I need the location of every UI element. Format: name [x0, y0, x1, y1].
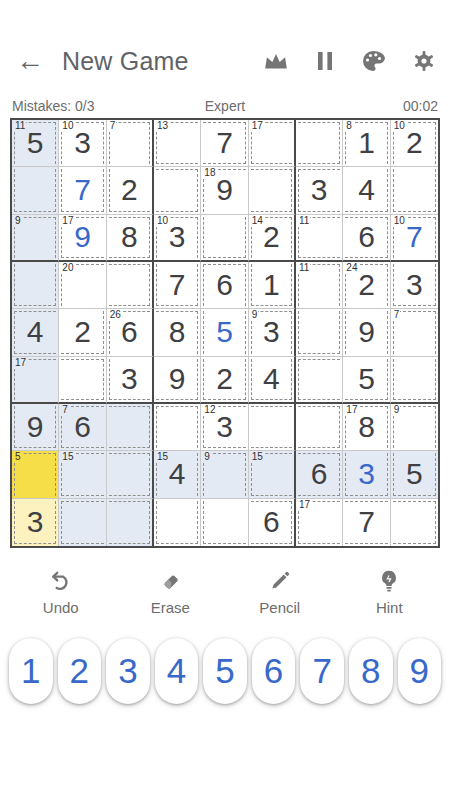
cell-r1c8[interactable]: 81	[343, 120, 390, 167]
cell-value: 6	[201, 262, 247, 308]
pencil-button[interactable]: Pencil	[225, 568, 335, 616]
cage-sum-label: 10	[393, 120, 406, 132]
cell-r6c2[interactable]	[59, 357, 106, 404]
cell-r2c6[interactable]	[249, 167, 296, 214]
cell-value: 5	[343, 357, 389, 402]
eraser-icon	[157, 568, 183, 594]
cell-r5c9[interactable]: 7	[391, 309, 438, 356]
cell-r9c9[interactable]	[391, 499, 438, 546]
cage-sum-label: 18	[203, 167, 216, 179]
cage-sum-label: 17	[14, 357, 27, 369]
cage-sum-label: 17	[345, 404, 358, 416]
cage-sum-label: 17	[298, 499, 311, 511]
cell-value: 2	[201, 357, 247, 402]
app-bar: ← New Game	[0, 0, 450, 84]
cell-r2c4[interactable]	[154, 167, 201, 214]
cell-r3c9[interactable]: 107	[391, 215, 438, 262]
timer: 00:02	[403, 98, 438, 114]
cage-sum-label: 7	[109, 120, 117, 132]
cell-r3c1[interactable]: 9	[12, 215, 59, 262]
cell-r8c6[interactable]: 15	[249, 451, 296, 498]
number-button-4[interactable]: 4	[155, 638, 199, 704]
cell-r3c4[interactable]: 103	[154, 215, 201, 262]
cell-r6c5[interactable]: 2	[201, 357, 248, 404]
cell-r2c3[interactable]: 2	[107, 167, 154, 214]
number-button-3[interactable]: 3	[106, 638, 150, 704]
cell-value: 7	[343, 499, 389, 546]
cell-r4c4[interactable]: 7	[154, 262, 201, 309]
cell-r5c6[interactable]: 93	[249, 309, 296, 356]
cell-value: 3	[12, 499, 58, 546]
cell-r6c3[interactable]: 3	[107, 357, 154, 404]
cell-value: 3	[107, 357, 152, 402]
toolbar: Undo Erase Pencil Hint	[0, 548, 450, 616]
cage-sum-label: 8	[345, 120, 353, 132]
cell-r3c8[interactable]: 6	[343, 215, 390, 262]
cell-r4c8[interactable]: 242	[343, 262, 390, 309]
cell-r9c3[interactable]	[107, 499, 154, 546]
cell-r7c5[interactable]: 123	[201, 404, 248, 451]
crown-icon[interactable]	[263, 50, 289, 72]
cell-r5c8[interactable]: 9	[343, 309, 390, 356]
cell-r1c3[interactable]: 7	[107, 120, 154, 167]
cell-value: 3	[343, 451, 389, 497]
cage-sum-label: 9	[251, 309, 259, 321]
cell-value: 2	[59, 309, 105, 355]
number-button-6[interactable]: 6	[252, 638, 296, 704]
cell-r3c7[interactable]: 11	[296, 215, 343, 262]
cell-r8c1[interactable]: 5	[12, 451, 59, 498]
cell-r2c1[interactable]	[12, 167, 59, 214]
cell-r4c1[interactable]	[12, 262, 59, 309]
cell-r2c5[interactable]: 189	[201, 167, 248, 214]
cell-value: 4	[12, 309, 58, 355]
cage-sum-label: 11	[298, 215, 310, 227]
cell-r5c3[interactable]: 266	[107, 309, 154, 356]
cage-sum-label: 12	[203, 404, 216, 416]
cell-r9c8[interactable]: 7	[343, 499, 390, 546]
cell-r8c4[interactable]: 154	[154, 451, 201, 498]
number-button-9[interactable]: 9	[398, 638, 442, 704]
mistakes-counter: Mistakes: 0/3	[12, 98, 94, 114]
cell-r5c4[interactable]: 8	[154, 309, 201, 356]
cell-r2c7[interactable]: 3	[296, 167, 343, 214]
lightbulb-icon	[376, 568, 402, 594]
cell-value: 5	[391, 451, 438, 497]
cell-r9c7[interactable]: 17	[296, 499, 343, 546]
cell-r5c1[interactable]: 4	[12, 309, 59, 356]
cell-value: 8	[154, 309, 200, 355]
cell-r6c6[interactable]: 4	[249, 357, 296, 404]
number-button-8[interactable]: 8	[349, 638, 393, 704]
number-button-5[interactable]: 5	[203, 638, 247, 704]
cell-r1c1[interactable]: 115	[12, 120, 59, 167]
cage-sum-label: 10	[61, 120, 74, 132]
cell-r9c2[interactable]	[59, 499, 106, 546]
cage-sum-label: 26	[109, 309, 122, 321]
cell-value: 6	[249, 499, 294, 546]
cell-value: 9	[343, 309, 389, 355]
cell-r4c5[interactable]: 6	[201, 262, 248, 309]
cell-value: 9	[12, 404, 58, 450]
cell-value: 8	[107, 215, 152, 260]
cell-r4c9[interactable]: 3	[391, 262, 438, 309]
cell-r2c9[interactable]	[391, 167, 438, 214]
cell-r7c8[interactable]: 178	[343, 404, 390, 451]
pencil-label: Pencil	[259, 599, 300, 616]
status-row: Mistakes: 0/3 Expert 00:02	[0, 84, 450, 118]
settings-gear-icon[interactable]	[412, 49, 436, 73]
cell-value: 7	[59, 167, 105, 213]
number-button-1[interactable]: 1	[9, 638, 53, 704]
cell-r1c9[interactable]: 102	[391, 120, 438, 167]
cell-r6c8[interactable]: 5	[343, 357, 390, 404]
cell-r7c2[interactable]: 76	[59, 404, 106, 451]
cell-r8c9[interactable]: 5	[391, 451, 438, 498]
cell-r6c7[interactable]	[296, 357, 343, 404]
cell-value: 1	[249, 262, 294, 308]
back-arrow-icon[interactable]: ←	[16, 47, 44, 75]
page-title: New Game	[62, 47, 189, 76]
cage-sum-label: 15	[61, 451, 74, 463]
cell-r5c5[interactable]: 5	[201, 309, 248, 356]
cell-value: 7	[154, 262, 200, 308]
hint-button[interactable]: Hint	[335, 568, 445, 616]
cage-sum-label: 7	[61, 404, 69, 416]
cell-r9c1[interactable]: 3	[12, 499, 59, 546]
cell-r6c4[interactable]: 9	[154, 357, 201, 404]
pencil-icon	[267, 568, 293, 594]
cell-value: 7	[201, 120, 247, 166]
cage-sum-label: 9	[203, 451, 211, 463]
board-grid: 1151037137178110272189349179810314211610…	[10, 118, 440, 548]
cell-r7c7[interactable]	[296, 404, 343, 451]
cell-r3c5[interactable]	[201, 215, 248, 262]
cage-sum-label: 10	[156, 215, 169, 227]
number-button-7[interactable]: 7	[300, 638, 344, 704]
cell-r7c6[interactable]	[249, 404, 296, 451]
cell-r8c3[interactable]	[107, 451, 154, 498]
cell-r4c3[interactable]	[107, 262, 154, 309]
cage-sum-label: 15	[251, 451, 264, 463]
cage-sum-label: 13	[156, 120, 169, 132]
cage-sum-label: 10	[393, 215, 406, 227]
cell-r6c1[interactable]: 17	[12, 357, 59, 404]
palette-icon[interactable]	[361, 49, 385, 73]
cell-r7c1[interactable]: 9	[12, 404, 59, 451]
cage-sum-label: 11	[14, 120, 26, 132]
cell-r1c5[interactable]: 7	[201, 120, 248, 167]
cell-r7c9[interactable]: 9	[391, 404, 438, 451]
undo-label: Undo	[43, 599, 79, 616]
cell-r5c2[interactable]: 2	[59, 309, 106, 356]
cell-value: 3	[391, 262, 438, 308]
erase-label: Erase	[151, 599, 190, 616]
cell-r9c4[interactable]	[154, 499, 201, 546]
cage-sum-label: 9	[14, 215, 22, 227]
cell-value: 9	[154, 357, 200, 402]
cage-sum-label: 7	[393, 309, 401, 321]
cell-value: 5	[201, 309, 247, 355]
cage-sum-label: 9	[393, 404, 401, 416]
cell-r4c6[interactable]: 1	[249, 262, 296, 309]
cell-r3c2[interactable]: 179	[59, 215, 106, 262]
cage-sum-label: 14	[251, 215, 264, 227]
cell-r8c2[interactable]: 15	[59, 451, 106, 498]
cell-r8c5[interactable]: 9	[201, 451, 248, 498]
cell-value: 6	[296, 451, 342, 497]
cell-r3c6[interactable]: 142	[249, 215, 296, 262]
cell-r1c2[interactable]: 103	[59, 120, 106, 167]
cell-r7c3[interactable]	[107, 404, 154, 451]
cage-sum-label: 17	[61, 215, 74, 227]
cage-sum-label: 24	[345, 262, 358, 274]
cell-r8c7[interactable]: 6	[296, 451, 343, 498]
cell-value: 4	[343, 167, 389, 213]
undo-icon	[48, 568, 74, 594]
hint-label: Hint	[376, 599, 403, 616]
cell-r4c7[interactable]: 11	[296, 262, 343, 309]
number-pad: 1 2 3 4 5 6 7 8 9	[0, 638, 450, 704]
cell-r4c2[interactable]: 20	[59, 262, 106, 309]
cell-value: 2	[107, 167, 152, 213]
cell-r5c7[interactable]	[296, 309, 343, 356]
cell-r9c5[interactable]	[201, 499, 248, 546]
cell-r2c2[interactable]: 7	[59, 167, 106, 214]
cell-r7c4[interactable]	[154, 404, 201, 451]
undo-button[interactable]: Undo	[6, 568, 116, 616]
number-button-2[interactable]: 2	[58, 638, 102, 704]
cage-sum-label: 5	[14, 451, 22, 463]
cell-value: 4	[249, 357, 294, 402]
cell-r1c4[interactable]: 13	[154, 120, 201, 167]
cell-r2c8[interactable]: 4	[343, 167, 390, 214]
cell-r9c6[interactable]: 6	[249, 499, 296, 546]
cell-r6c9[interactable]	[391, 357, 438, 404]
cell-r1c6[interactable]: 17	[249, 120, 296, 167]
cage-sum-label: 15	[156, 451, 169, 463]
cell-value: 3	[296, 167, 342, 213]
cell-r1c7[interactable]	[296, 120, 343, 167]
erase-button[interactable]: Erase	[116, 568, 226, 616]
cell-r8c8[interactable]: 3	[343, 451, 390, 498]
cage-sum-label: 17	[251, 120, 264, 132]
cell-value: 6	[343, 215, 389, 260]
cell-r3c3[interactable]: 8	[107, 215, 154, 262]
cage-sum-label: 20	[61, 262, 74, 274]
cage-sum-label: 11	[298, 262, 310, 274]
pause-icon[interactable]	[316, 50, 334, 72]
